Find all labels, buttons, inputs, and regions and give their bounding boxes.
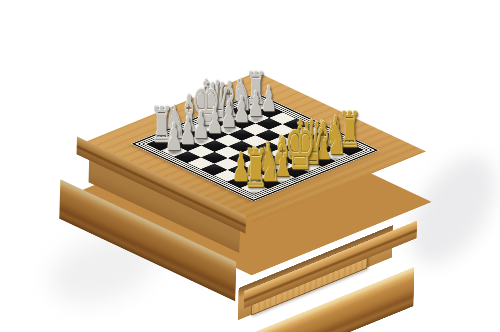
- board-grid: [146, 99, 364, 194]
